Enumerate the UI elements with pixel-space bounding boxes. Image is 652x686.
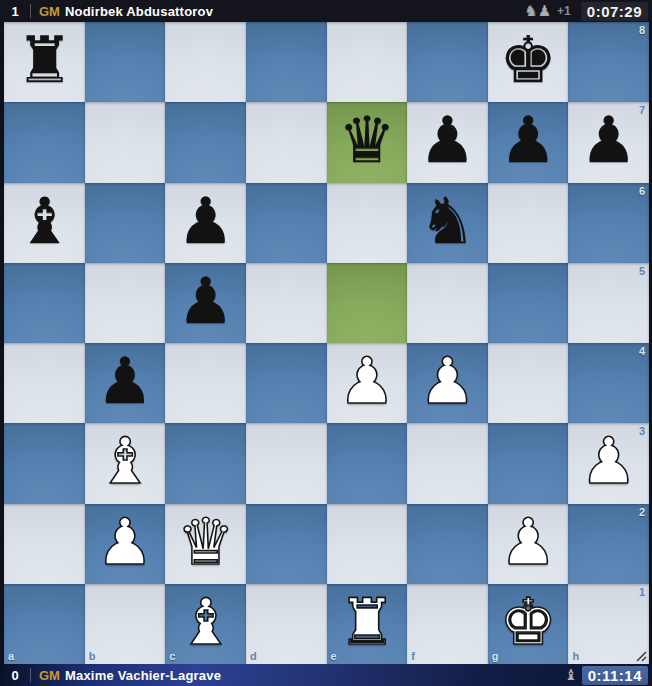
square-e6[interactable] bbox=[327, 183, 408, 263]
square-b6[interactable] bbox=[85, 183, 166, 263]
rank-label-4: 4 bbox=[639, 346, 645, 357]
file-label-b: b bbox=[89, 651, 96, 662]
square-b8[interactable] bbox=[85, 22, 166, 102]
square-c7[interactable] bbox=[165, 102, 246, 182]
square-a5[interactable] bbox=[4, 263, 85, 343]
rank-label-3: 3 bbox=[639, 426, 645, 437]
divider bbox=[30, 4, 31, 18]
square-f2[interactable] bbox=[407, 504, 488, 584]
square-b3[interactable]: ♝ bbox=[85, 423, 166, 503]
square-c5[interactable]: ♟ bbox=[165, 263, 246, 343]
square-b4[interactable]: ♟ bbox=[85, 343, 166, 423]
square-a8[interactable]: ♜ bbox=[4, 22, 85, 102]
white-pawn-b2[interactable]: ♟ bbox=[96, 510, 153, 574]
white-bishop-c1[interactable]: ♝ bbox=[177, 590, 234, 654]
square-e8[interactable] bbox=[327, 22, 408, 102]
square-g3[interactable] bbox=[488, 423, 569, 503]
captured-knight-icon: ♞ bbox=[524, 2, 537, 20]
square-d3[interactable] bbox=[246, 423, 327, 503]
square-h6[interactable]: 6 bbox=[568, 183, 649, 263]
square-d4[interactable] bbox=[246, 343, 327, 423]
bottom-player-score: 0 bbox=[0, 668, 30, 683]
square-c1[interactable]: ♝c bbox=[165, 584, 246, 664]
square-g5[interactable] bbox=[488, 263, 569, 343]
square-d1[interactable]: d bbox=[246, 584, 327, 664]
black-king-g8[interactable]: ♚ bbox=[499, 28, 556, 92]
bottom-player-bar: 0 GM Maxime Vachier-Lagrave ♝ 0:11:14 bbox=[0, 664, 652, 686]
rank-label-5: 5 bbox=[639, 266, 645, 277]
square-g1[interactable]: ♚g bbox=[488, 584, 569, 664]
square-g8[interactable]: ♚ bbox=[488, 22, 569, 102]
square-d2[interactable] bbox=[246, 504, 327, 584]
white-pawn-e4[interactable]: ♟ bbox=[338, 349, 395, 413]
square-b5[interactable] bbox=[85, 263, 166, 343]
file-label-h: h bbox=[572, 651, 579, 662]
black-queen-e7[interactable]: ♛ bbox=[338, 108, 395, 172]
file-label-f: f bbox=[411, 651, 415, 662]
board-resize-handle-icon[interactable] bbox=[636, 651, 647, 662]
square-h5[interactable]: 5 bbox=[568, 263, 649, 343]
square-a4[interactable] bbox=[4, 343, 85, 423]
square-g7[interactable]: ♟ bbox=[488, 102, 569, 182]
black-pawn-c5[interactable]: ♟ bbox=[177, 269, 234, 333]
square-f7[interactable]: ♟ bbox=[407, 102, 488, 182]
bottom-captured-pieces: ♝ bbox=[564, 664, 577, 686]
top-player-name: Nodirbek Abdusattorov bbox=[65, 4, 213, 19]
square-f4[interactable]: ♟ bbox=[407, 343, 488, 423]
square-c4[interactable] bbox=[165, 343, 246, 423]
square-e1[interactable]: ♜e bbox=[327, 584, 408, 664]
black-bishop-a6[interactable]: ♝ bbox=[16, 189, 73, 253]
square-h8[interactable]: 8 bbox=[568, 22, 649, 102]
square-b2[interactable]: ♟ bbox=[85, 504, 166, 584]
top-material-advantage: +1 bbox=[557, 4, 571, 18]
top-player-bar: 1 GM Nodirbek Abdusattorov ♞♟ +1 0:07:29 bbox=[0, 0, 652, 22]
rank-label-7: 7 bbox=[639, 105, 645, 116]
square-g6[interactable] bbox=[488, 183, 569, 263]
rank-label-6: 6 bbox=[639, 186, 645, 197]
bottom-player-name: Maxime Vachier-Lagrave bbox=[65, 668, 221, 683]
file-label-e: e bbox=[331, 651, 337, 662]
square-h7[interactable]: ♟7 bbox=[568, 102, 649, 182]
square-b7[interactable] bbox=[85, 102, 166, 182]
square-f1[interactable]: f bbox=[407, 584, 488, 664]
square-h3[interactable]: ♟3 bbox=[568, 423, 649, 503]
square-g2[interactable]: ♟ bbox=[488, 504, 569, 584]
file-label-g: g bbox=[492, 651, 499, 662]
square-a1[interactable]: a bbox=[4, 584, 85, 664]
square-h1[interactable]: 1h bbox=[568, 584, 649, 664]
white-bishop-b3[interactable]: ♝ bbox=[96, 429, 153, 493]
white-queen-c2[interactable]: ♛ bbox=[177, 510, 234, 574]
square-d7[interactable] bbox=[246, 102, 327, 182]
bottom-player-clock: 0:11:14 bbox=[582, 666, 648, 685]
white-rook-e1[interactable]: ♜ bbox=[338, 590, 395, 654]
white-pawn-h3[interactable]: ♟ bbox=[580, 429, 637, 493]
square-a3[interactable] bbox=[4, 423, 85, 503]
square-e7[interactable]: ♛ bbox=[327, 102, 408, 182]
white-pawn-g2[interactable]: ♟ bbox=[499, 510, 556, 574]
top-player-clock: 0:07:29 bbox=[581, 2, 648, 21]
rank-label-2: 2 bbox=[639, 507, 645, 518]
top-player-title: GM bbox=[39, 4, 60, 19]
square-a6[interactable]: ♝ bbox=[4, 183, 85, 263]
top-player-score: 1 bbox=[0, 4, 30, 19]
square-d8[interactable] bbox=[246, 22, 327, 102]
square-a2[interactable] bbox=[4, 504, 85, 584]
bottom-player-title: GM bbox=[39, 668, 60, 683]
square-a7[interactable] bbox=[4, 102, 85, 182]
captured-bishop-icon: ♝ bbox=[564, 666, 577, 684]
square-e3[interactable] bbox=[327, 423, 408, 503]
top-captured-pieces: ♞♟ bbox=[524, 0, 551, 22]
black-pawn-g7[interactable]: ♟ bbox=[499, 108, 556, 172]
square-c6[interactable]: ♟ bbox=[165, 183, 246, 263]
square-b1[interactable]: b bbox=[85, 584, 166, 664]
square-c8[interactable] bbox=[165, 22, 246, 102]
file-label-a: a bbox=[8, 651, 14, 662]
square-f8[interactable] bbox=[407, 22, 488, 102]
rank-label-8: 8 bbox=[639, 25, 645, 36]
black-pawn-c6[interactable]: ♟ bbox=[177, 189, 234, 253]
rank-label-1: 1 bbox=[639, 587, 645, 598]
divider bbox=[30, 668, 31, 682]
black-pawn-h7[interactable]: ♟ bbox=[580, 108, 637, 172]
black-knight-f6[interactable]: ♞ bbox=[419, 189, 476, 253]
file-label-d: d bbox=[250, 651, 257, 662]
square-c3[interactable] bbox=[165, 423, 246, 503]
square-e5[interactable] bbox=[327, 263, 408, 343]
black-pawn-b4[interactable]: ♟ bbox=[96, 349, 153, 413]
white-king-g1[interactable]: ♚ bbox=[499, 590, 556, 654]
chess-board[interactable]: ♜♚8♛♟♟♟7♝♟♞6♟5♟♟♟4♝♟3♟♛♟2ab♝cd♜ef♚g1h bbox=[4, 22, 649, 664]
square-h2[interactable]: 2 bbox=[568, 504, 649, 584]
square-d5[interactable] bbox=[246, 263, 327, 343]
square-d6[interactable] bbox=[246, 183, 327, 263]
square-f5[interactable] bbox=[407, 263, 488, 343]
square-f6[interactable]: ♞ bbox=[407, 183, 488, 263]
black-pawn-f7[interactable]: ♟ bbox=[419, 108, 476, 172]
square-e2[interactable] bbox=[327, 504, 408, 584]
square-c2[interactable]: ♛ bbox=[165, 504, 246, 584]
square-g4[interactable] bbox=[488, 343, 569, 423]
file-label-c: c bbox=[169, 651, 175, 662]
square-e4[interactable]: ♟ bbox=[327, 343, 408, 423]
black-rook-a8[interactable]: ♜ bbox=[16, 28, 73, 92]
captured-pawn-icon: ♟ bbox=[538, 2, 551, 20]
square-h4[interactable]: 4 bbox=[568, 343, 649, 423]
square-f3[interactable] bbox=[407, 423, 488, 503]
white-pawn-f4[interactable]: ♟ bbox=[419, 349, 476, 413]
